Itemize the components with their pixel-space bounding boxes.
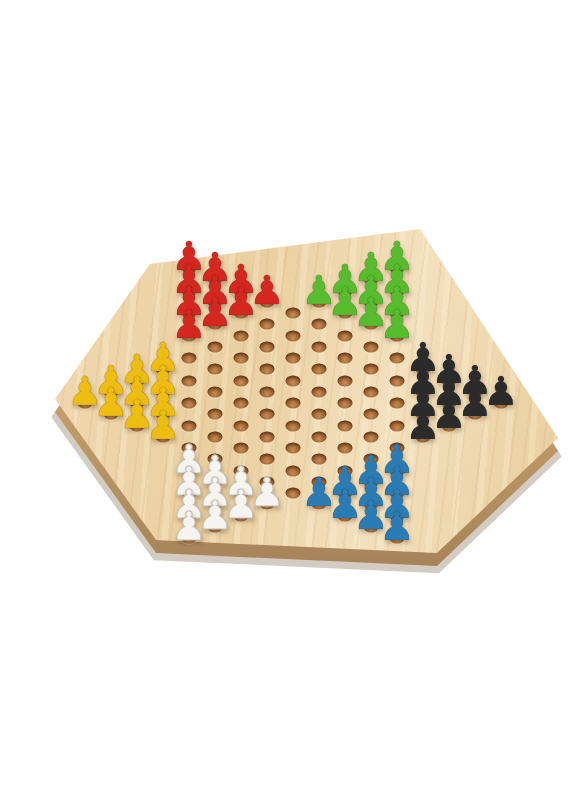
chinese-checkers-board-photo: ♟♟♟♟♟♟♟♟♟♟♟♟♟♟♟♟♟♟♟♟♟♟♟♟♟♟♟♟♟♟♟♟♟♟♟♟♟♟♟♟…	[0, 0, 587, 800]
board-hole[interactable]	[260, 454, 275, 465]
board-hole[interactable]	[234, 375, 249, 386]
board-hole[interactable]	[338, 375, 353, 386]
board-hole[interactable]	[260, 341, 275, 352]
board-hole[interactable]	[312, 319, 327, 330]
board-hole[interactable]	[286, 308, 301, 319]
board-hole[interactable]	[390, 398, 405, 409]
board-hole[interactable]	[390, 353, 405, 364]
board-hole[interactable]	[364, 409, 379, 420]
board-hole[interactable]	[364, 341, 379, 352]
board-hole[interactable]	[286, 398, 301, 409]
board-hole[interactable]	[312, 431, 327, 442]
board-hole[interactable]	[234, 420, 249, 431]
board-hole[interactable]	[208, 409, 223, 420]
board-hole[interactable]	[208, 431, 223, 442]
board-hole[interactable]	[286, 330, 301, 341]
board-hole[interactable]	[260, 409, 275, 420]
board-hole[interactable]	[208, 364, 223, 375]
board-hole[interactable]	[390, 375, 405, 386]
board-hole[interactable]	[182, 375, 197, 386]
board-hole[interactable]	[234, 353, 249, 364]
board-hole[interactable]	[312, 454, 327, 465]
board-hole[interactable]	[312, 364, 327, 375]
board-hole[interactable]	[260, 319, 275, 330]
board-hole[interactable]	[338, 443, 353, 454]
board-hole[interactable]	[338, 330, 353, 341]
board-hole[interactable]	[208, 341, 223, 352]
board-hole[interactable]	[182, 420, 197, 431]
peg-blue[interactable]: ♟	[379, 506, 415, 546]
board-hole[interactable]	[312, 409, 327, 420]
board-hole[interactable]	[234, 398, 249, 409]
peg-white[interactable]: ♟	[171, 506, 207, 546]
board-hole[interactable]	[286, 488, 301, 499]
board-hole[interactable]	[312, 341, 327, 352]
board-hole[interactable]	[260, 364, 275, 375]
board-hole[interactable]	[338, 353, 353, 364]
board-hole[interactable]	[364, 364, 379, 375]
board-hole[interactable]	[234, 330, 249, 341]
board-hole[interactable]	[208, 386, 223, 397]
board-hole[interactable]	[338, 398, 353, 409]
board-hole[interactable]	[234, 443, 249, 454]
board-hole[interactable]	[312, 386, 327, 397]
board-hole[interactable]	[182, 353, 197, 364]
board-hole[interactable]	[260, 386, 275, 397]
board-hole[interactable]	[286, 353, 301, 364]
board-hole[interactable]	[286, 443, 301, 454]
board-hole[interactable]	[364, 386, 379, 397]
board-hole[interactable]	[286, 375, 301, 386]
board-hole[interactable]	[364, 431, 379, 442]
board-hole[interactable]	[338, 420, 353, 431]
board-hole[interactable]	[286, 420, 301, 431]
board-hole[interactable]	[182, 398, 197, 409]
board-hole[interactable]	[390, 420, 405, 431]
board-hole[interactable]	[260, 431, 275, 442]
board-hole[interactable]	[286, 465, 301, 476]
